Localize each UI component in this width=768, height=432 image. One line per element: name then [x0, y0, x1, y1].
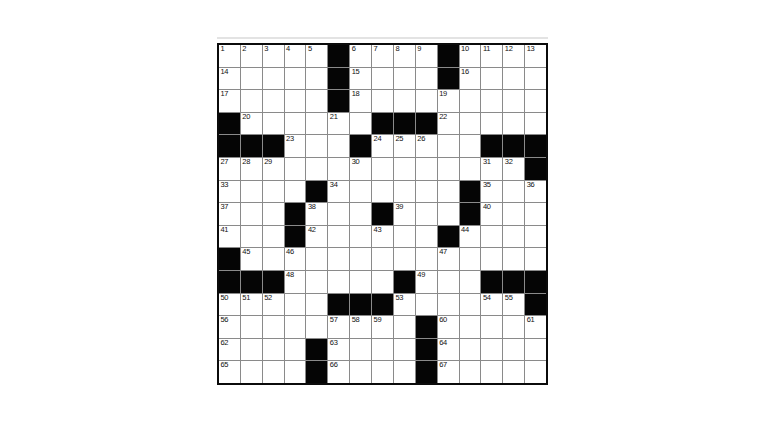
cell-r1-c12[interactable]: 10: [460, 45, 481, 67]
cell-r12-c2[interactable]: 51: [241, 294, 262, 316]
cell-r2-c8[interactable]: [372, 68, 393, 90]
cell-r10-c11[interactable]: 47: [438, 248, 459, 270]
cell-r15-c2[interactable]: [241, 361, 262, 383]
cell-r9-c14[interactable]: [503, 226, 524, 248]
block-cell-r8-c8: [372, 203, 393, 225]
clue-number-21: 21: [330, 113, 338, 121]
clue-number-58: 58: [352, 316, 360, 324]
cell-r6-c2[interactable]: 28: [241, 158, 262, 180]
block-cell-r14-c10: [416, 339, 437, 361]
cell-r14-c11[interactable]: 64: [438, 339, 459, 361]
cell-r3-c13[interactable]: [481, 90, 502, 112]
cell-r8-c11[interactable]: [438, 203, 459, 225]
block-cell-r6-c15: [525, 158, 546, 180]
block-cell-r11-c14: [503, 271, 524, 293]
clue-number-13: 13: [527, 45, 535, 53]
cell-r4-c4[interactable]: [285, 113, 306, 135]
clue-number-11: 11: [483, 45, 490, 53]
cell-r15-c11[interactable]: 67: [438, 361, 459, 383]
cell-r2-c12[interactable]: 16: [460, 68, 481, 90]
block-cell-r1-c11: [438, 45, 459, 67]
cell-r7-c3[interactable]: [263, 181, 284, 203]
cell-r2-c10[interactable]: [416, 68, 437, 90]
grid-top-edge-line: [217, 37, 548, 39]
block-cell-r5-c14: [503, 135, 524, 157]
cell-r6-c6[interactable]: [328, 158, 349, 180]
cell-r2-c4[interactable]: [285, 68, 306, 90]
cell-r1-c14[interactable]: 12: [503, 45, 524, 67]
cell-r2-c15[interactable]: [525, 68, 546, 90]
clue-number-12: 12: [505, 45, 513, 53]
cell-r14-c6[interactable]: 63: [328, 339, 349, 361]
cell-r6-c8[interactable]: [372, 158, 393, 180]
clue-number-61: 61: [527, 316, 535, 324]
cell-r7-c15[interactable]: 36: [525, 181, 546, 203]
cell-r2-c5[interactable]: [306, 68, 327, 90]
cell-r9-c2[interactable]: [241, 226, 262, 248]
cell-r10-c3[interactable]: [263, 248, 284, 270]
cell-r15-c4[interactable]: [285, 361, 306, 383]
cell-r10-c6[interactable]: [328, 248, 349, 270]
cell-r10-c5[interactable]: [306, 248, 327, 270]
clue-number-18: 18: [352, 90, 360, 98]
block-cell-r12-c15: [525, 294, 546, 316]
page-background: 1234567891011121314151617181920212223242…: [0, 0, 768, 432]
cell-r6-c13[interactable]: 31: [481, 158, 502, 180]
cell-r13-c15[interactable]: 61: [525, 316, 546, 338]
cell-r8-c13[interactable]: 40: [481, 203, 502, 225]
cell-r14-c4[interactable]: [285, 339, 306, 361]
cell-r7-c13[interactable]: 35: [481, 181, 502, 203]
cell-r1-c5[interactable]: 5: [306, 45, 327, 67]
cell-r3-c1[interactable]: 17: [219, 90, 240, 112]
clue-number-16: 16: [461, 68, 469, 76]
clue-number-54: 54: [483, 294, 491, 302]
clue-number-47: 47: [439, 248, 447, 256]
crossword-grid: 1234567891011121314151617181920212223242…: [217, 43, 548, 385]
cell-r9-c12[interactable]: 44: [460, 226, 481, 248]
cell-r4-c14[interactable]: [503, 113, 524, 135]
cell-r8-c10[interactable]: [416, 203, 437, 225]
block-cell-r4-c10: [416, 113, 437, 135]
cell-r11-c8[interactable]: [372, 271, 393, 293]
block-cell-r12-c6: [328, 294, 349, 316]
clue-number-37: 37: [221, 203, 229, 211]
cell-r1-c15[interactable]: 13: [525, 45, 546, 67]
cell-r7-c9[interactable]: [394, 181, 415, 203]
clue-number-41: 41: [221, 226, 229, 234]
clue-number-1: 1: [221, 45, 225, 53]
clue-number-65: 65: [221, 361, 229, 369]
cell-r15-c3[interactable]: [263, 361, 284, 383]
block-cell-r9-c11: [438, 226, 459, 248]
cell-r15-c1[interactable]: 65: [219, 361, 240, 383]
cell-r5-c6[interactable]: [328, 135, 349, 157]
clue-number-2: 2: [242, 45, 246, 53]
clue-number-66: 66: [330, 361, 338, 369]
clue-number-57: 57: [330, 316, 338, 324]
cell-r3-c2[interactable]: [241, 90, 262, 112]
block-cell-r9-c4: [285, 226, 306, 248]
cell-r4-c13[interactable]: [481, 113, 502, 135]
cell-r13-c3[interactable]: [263, 316, 284, 338]
cell-r5-c5[interactable]: [306, 135, 327, 157]
cell-r8-c5[interactable]: 38: [306, 203, 327, 225]
clue-number-8: 8: [395, 45, 399, 53]
cell-r8-c3[interactable]: [263, 203, 284, 225]
cell-r8-c1[interactable]: 37: [219, 203, 240, 225]
cell-r13-c7[interactable]: 58: [350, 316, 371, 338]
cell-r15-c7[interactable]: [350, 361, 371, 383]
clue-number-29: 29: [264, 158, 272, 166]
cell-r1-c1[interactable]: 1: [219, 45, 240, 67]
cell-r12-c4[interactable]: [285, 294, 306, 316]
cell-r10-c9[interactable]: [394, 248, 415, 270]
block-cell-r15-c5: [306, 361, 327, 383]
cell-r14-c14[interactable]: [503, 339, 524, 361]
clue-number-43: 43: [374, 226, 382, 234]
cell-r5-c11[interactable]: [438, 135, 459, 157]
cell-r6-c12[interactable]: [460, 158, 481, 180]
block-cell-r7-c12: [460, 181, 481, 203]
cell-r15-c15[interactable]: [525, 361, 546, 383]
cell-r4-c2[interactable]: 20: [241, 113, 262, 135]
clue-number-53: 53: [395, 294, 403, 302]
cell-r6-c4[interactable]: [285, 158, 306, 180]
clue-number-50: 50: [221, 294, 229, 302]
cell-r6-c11[interactable]: [438, 158, 459, 180]
block-cell-r14-c5: [306, 339, 327, 361]
block-cell-r15-c10: [416, 361, 437, 383]
cell-r12-c3[interactable]: 52: [263, 294, 284, 316]
cell-r5-c9[interactable]: 25: [394, 135, 415, 157]
cell-r8-c6[interactable]: [328, 203, 349, 225]
cell-r13-c6[interactable]: 57: [328, 316, 349, 338]
clue-number-28: 28: [242, 158, 250, 166]
cell-r10-c4[interactable]: 46: [285, 248, 306, 270]
cell-r7-c4[interactable]: [285, 181, 306, 203]
cell-r5-c12[interactable]: [460, 135, 481, 157]
cell-r12-c9[interactable]: 53: [394, 294, 415, 316]
cell-r7-c1[interactable]: 33: [219, 181, 240, 203]
cell-r9-c8[interactable]: 43: [372, 226, 393, 248]
cell-r9-c13[interactable]: [481, 226, 502, 248]
cell-r12-c13[interactable]: 54: [481, 294, 502, 316]
cell-r14-c8[interactable]: [372, 339, 393, 361]
cell-r9-c9[interactable]: [394, 226, 415, 248]
clue-number-27: 27: [221, 158, 229, 166]
cell-r13-c4[interactable]: [285, 316, 306, 338]
cell-r3-c8[interactable]: [372, 90, 393, 112]
cell-r10-c8[interactable]: [372, 248, 393, 270]
cell-r2-c14[interactable]: [503, 68, 524, 90]
clue-number-31: 31: [483, 158, 491, 166]
cell-r9-c3[interactable]: [263, 226, 284, 248]
cell-r4-c3[interactable]: [263, 113, 284, 135]
cell-r14-c7[interactable]: [350, 339, 371, 361]
clue-number-4: 4: [286, 45, 290, 53]
block-cell-r2-c11: [438, 68, 459, 90]
clue-number-49: 49: [417, 271, 425, 279]
block-cell-r2-c6: [328, 68, 349, 90]
clue-number-38: 38: [308, 203, 316, 211]
block-cell-r5-c15: [525, 135, 546, 157]
block-cell-r13-c10: [416, 316, 437, 338]
clue-number-56: 56: [221, 316, 229, 324]
cell-r11-c11[interactable]: [438, 271, 459, 293]
cell-r4-c11[interactable]: 22: [438, 113, 459, 135]
cell-r4-c6[interactable]: 21: [328, 113, 349, 135]
cell-r8-c15[interactable]: [525, 203, 546, 225]
cell-r3-c7[interactable]: 18: [350, 90, 371, 112]
cell-r10-c2[interactable]: 45: [241, 248, 262, 270]
clue-number-9: 9: [417, 45, 421, 53]
cell-r6-c7[interactable]: 30: [350, 158, 371, 180]
cell-r5-c4[interactable]: 23: [285, 135, 306, 157]
cell-r15-c13[interactable]: [481, 361, 502, 383]
block-cell-r11-c2: [241, 271, 262, 293]
cell-r3-c15[interactable]: [525, 90, 546, 112]
block-cell-r5-c3: [263, 135, 284, 157]
cell-r8-c2[interactable]: [241, 203, 262, 225]
clue-number-35: 35: [483, 181, 491, 189]
clue-number-15: 15: [352, 68, 360, 76]
cell-r3-c3[interactable]: [263, 90, 284, 112]
cell-r9-c7[interactable]: [350, 226, 371, 248]
block-cell-r8-c12: [460, 203, 481, 225]
block-cell-r1-c6: [328, 45, 349, 67]
cell-r2-c13[interactable]: [481, 68, 502, 90]
cell-r10-c12[interactable]: [460, 248, 481, 270]
block-cell-r10-c1: [219, 248, 240, 270]
cell-r7-c14[interactable]: [503, 181, 524, 203]
block-cell-r4-c8: [372, 113, 393, 135]
block-cell-r11-c15: [525, 271, 546, 293]
clue-number-33: 33: [221, 181, 229, 189]
cell-r14-c2[interactable]: [241, 339, 262, 361]
cell-r7-c11[interactable]: [438, 181, 459, 203]
cell-r14-c1[interactable]: 62: [219, 339, 240, 361]
clue-number-30: 30: [352, 158, 360, 166]
cell-r7-c8[interactable]: [372, 181, 393, 203]
cell-r1-c9[interactable]: 8: [394, 45, 415, 67]
cell-r8-c9[interactable]: 39: [394, 203, 415, 225]
cell-r12-c14[interactable]: 55: [503, 294, 524, 316]
cell-r3-c4[interactable]: [285, 90, 306, 112]
block-cell-r11-c3: [263, 271, 284, 293]
cell-r11-c7[interactable]: [350, 271, 371, 293]
block-cell-r3-c6: [328, 90, 349, 112]
cell-r1-c10[interactable]: 9: [416, 45, 437, 67]
cell-r1-c4[interactable]: 4: [285, 45, 306, 67]
cell-r11-c5[interactable]: [306, 271, 327, 293]
cell-r9-c5[interactable]: 42: [306, 226, 327, 248]
cell-r11-c12[interactable]: [460, 271, 481, 293]
clue-number-63: 63: [330, 339, 338, 347]
cell-r1-c2[interactable]: 2: [241, 45, 262, 67]
cell-r13-c12[interactable]: [460, 316, 481, 338]
cell-r6-c1[interactable]: 27: [219, 158, 240, 180]
cell-r12-c10[interactable]: [416, 294, 437, 316]
cell-r11-c6[interactable]: [328, 271, 349, 293]
block-cell-r5-c2: [241, 135, 262, 157]
cell-r6-c5[interactable]: [306, 158, 327, 180]
cell-r14-c9[interactable]: [394, 339, 415, 361]
clue-number-64: 64: [439, 339, 447, 347]
clue-number-34: 34: [330, 181, 338, 189]
clue-number-67: 67: [439, 361, 447, 369]
clue-number-52: 52: [264, 294, 272, 302]
cell-r9-c1[interactable]: 41: [219, 226, 240, 248]
cell-r9-c10[interactable]: [416, 226, 437, 248]
cell-r3-c14[interactable]: [503, 90, 524, 112]
clue-number-62: 62: [221, 339, 229, 347]
cell-r12-c5[interactable]: [306, 294, 327, 316]
cell-r6-c10[interactable]: [416, 158, 437, 180]
clue-number-44: 44: [461, 226, 469, 234]
cell-r1-c7[interactable]: 6: [350, 45, 371, 67]
cell-r14-c3[interactable]: [263, 339, 284, 361]
cell-r7-c2[interactable]: [241, 181, 262, 203]
block-cell-r12-c7: [350, 294, 371, 316]
block-cell-r12-c8: [372, 294, 393, 316]
block-cell-r4-c9: [394, 113, 415, 135]
clue-number-46: 46: [286, 248, 294, 256]
cell-r4-c15[interactable]: [525, 113, 546, 135]
block-cell-r4-c1: [219, 113, 240, 135]
block-cell-r8-c4: [285, 203, 306, 225]
clue-number-20: 20: [242, 113, 250, 121]
clue-number-39: 39: [395, 203, 403, 211]
cell-r2-c9[interactable]: [394, 68, 415, 90]
clue-number-23: 23: [286, 135, 294, 143]
clue-number-45: 45: [242, 248, 250, 256]
cell-r14-c15[interactable]: [525, 339, 546, 361]
cell-r6-c3[interactable]: 29: [263, 158, 284, 180]
cell-r13-c14[interactable]: [503, 316, 524, 338]
clue-number-60: 60: [439, 316, 447, 324]
cell-r13-c9[interactable]: [394, 316, 415, 338]
cell-r8-c7[interactable]: [350, 203, 371, 225]
clue-number-5: 5: [308, 45, 312, 53]
cell-r4-c5[interactable]: [306, 113, 327, 135]
cell-r7-c6[interactable]: 34: [328, 181, 349, 203]
clue-number-51: 51: [242, 294, 250, 302]
clue-number-42: 42: [308, 226, 316, 234]
clue-number-59: 59: [374, 316, 382, 324]
cell-r4-c7[interactable]: [350, 113, 371, 135]
cell-r13-c1[interactable]: 56: [219, 316, 240, 338]
cell-r14-c13[interactable]: [481, 339, 502, 361]
cell-r10-c13[interactable]: [481, 248, 502, 270]
clue-number-48: 48: [286, 271, 294, 279]
cell-r11-c10[interactable]: 49: [416, 271, 437, 293]
clue-number-22: 22: [439, 113, 447, 121]
cell-r13-c5[interactable]: [306, 316, 327, 338]
cell-r1-c13[interactable]: 11: [481, 45, 502, 67]
cell-r3-c10[interactable]: [416, 90, 437, 112]
cell-r12-c12[interactable]: [460, 294, 481, 316]
clue-number-19: 19: [439, 90, 447, 98]
cell-r10-c10[interactable]: [416, 248, 437, 270]
cell-r15-c12[interactable]: [460, 361, 481, 383]
cell-r3-c5[interactable]: [306, 90, 327, 112]
cell-r2-c2[interactable]: [241, 68, 262, 90]
clue-number-25: 25: [395, 135, 403, 143]
cell-r13-c8[interactable]: 59: [372, 316, 393, 338]
cell-r8-c14[interactable]: [503, 203, 524, 225]
cell-r15-c6[interactable]: 66: [328, 361, 349, 383]
block-cell-r11-c13: [481, 271, 502, 293]
cell-r15-c14[interactable]: [503, 361, 524, 383]
cell-r2-c7[interactable]: 15: [350, 68, 371, 90]
cell-r9-c15[interactable]: [525, 226, 546, 248]
clue-number-36: 36: [527, 181, 535, 189]
cell-r14-c12[interactable]: [460, 339, 481, 361]
clue-number-14: 14: [221, 68, 229, 76]
cell-r9-c6[interactable]: [328, 226, 349, 248]
cell-r15-c9[interactable]: [394, 361, 415, 383]
cell-r2-c3[interactable]: [263, 68, 284, 90]
block-cell-r5-c1: [219, 135, 240, 157]
clue-number-10: 10: [461, 45, 469, 53]
cell-r3-c11[interactable]: 19: [438, 90, 459, 112]
block-cell-r11-c9: [394, 271, 415, 293]
clue-number-7: 7: [374, 45, 378, 53]
cell-r10-c15[interactable]: [525, 248, 546, 270]
block-cell-r7-c5: [306, 181, 327, 203]
cell-r6-c9[interactable]: [394, 158, 415, 180]
clue-number-40: 40: [483, 203, 491, 211]
block-cell-r5-c7: [350, 135, 371, 157]
cell-r6-c14[interactable]: 32: [503, 158, 524, 180]
clue-number-17: 17: [221, 90, 229, 98]
cell-r11-c4[interactable]: 48: [285, 271, 306, 293]
clue-number-6: 6: [352, 45, 356, 53]
cell-r10-c7[interactable]: [350, 248, 371, 270]
clue-number-3: 3: [264, 45, 268, 53]
cell-r10-c14[interactable]: [503, 248, 524, 270]
cell-r4-c12[interactable]: [460, 113, 481, 135]
clue-number-26: 26: [417, 135, 425, 143]
cell-r13-c11[interactable]: 60: [438, 316, 459, 338]
cell-r1-c8[interactable]: 7: [372, 45, 393, 67]
clue-number-24: 24: [374, 135, 382, 143]
cell-r7-c10[interactable]: [416, 181, 437, 203]
cell-r5-c10[interactable]: 26: [416, 135, 437, 157]
cell-r13-c2[interactable]: [241, 316, 262, 338]
cell-r12-c1[interactable]: 50: [219, 294, 240, 316]
cell-r5-c8[interactable]: 24: [372, 135, 393, 157]
cell-r12-c11[interactable]: [438, 294, 459, 316]
cell-r15-c8[interactable]: [372, 361, 393, 383]
cell-r7-c7[interactable]: [350, 181, 371, 203]
cell-r3-c9[interactable]: [394, 90, 415, 112]
clue-number-32: 32: [505, 158, 513, 166]
cell-r2-c1[interactable]: 14: [219, 68, 240, 90]
block-cell-r11-c1: [219, 271, 240, 293]
clue-number-55: 55: [505, 294, 513, 302]
block-cell-r5-c13: [481, 135, 502, 157]
cell-r1-c3[interactable]: 3: [263, 45, 284, 67]
cell-r3-c12[interactable]: [460, 90, 481, 112]
cell-r13-c13[interactable]: [481, 316, 502, 338]
